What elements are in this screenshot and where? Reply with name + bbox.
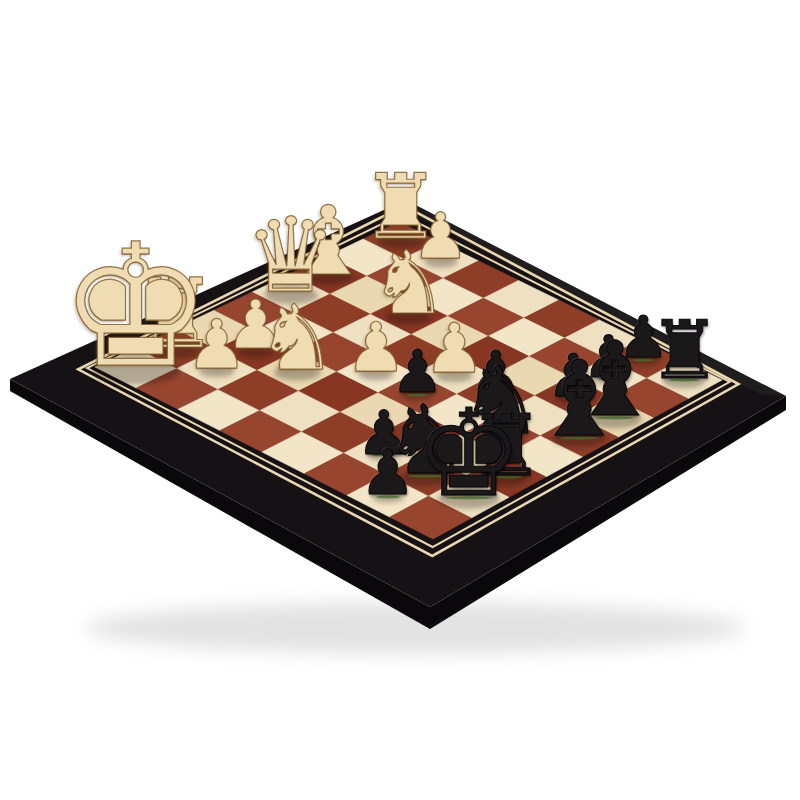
board-layers (10, 200, 786, 654)
chess-board (0, 0, 800, 800)
product-photo-chess-set: ♜♟♝♛♞♜♟♟♚♟♞♟♟♟♜♟♟♟♝♞♝♟♞♜♟♚ (0, 0, 800, 800)
